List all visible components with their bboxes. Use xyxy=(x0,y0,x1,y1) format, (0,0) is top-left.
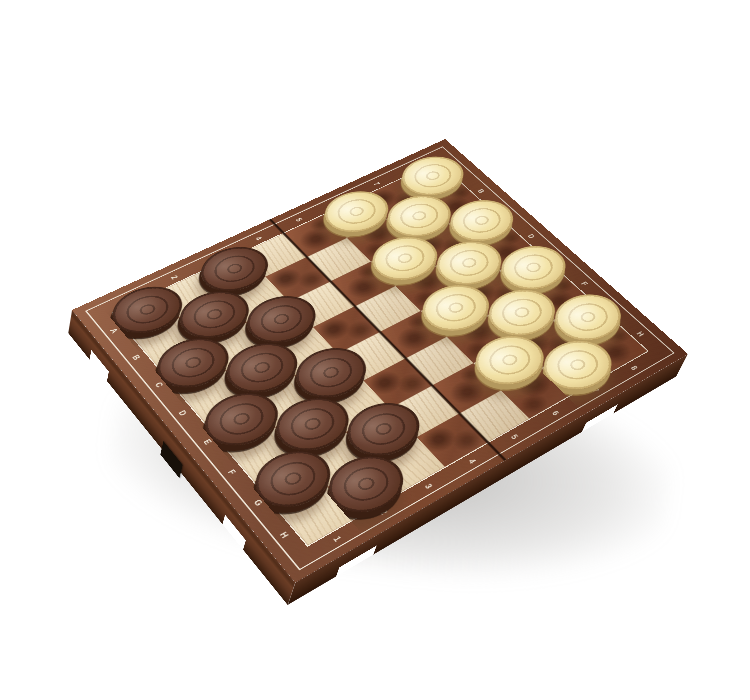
product-photo-stage: 12345678 12345678 ABCDEFGH ABCDEFGH xyxy=(0,0,750,700)
foot-notch xyxy=(90,350,109,381)
square-E6[interactable] xyxy=(421,291,487,337)
